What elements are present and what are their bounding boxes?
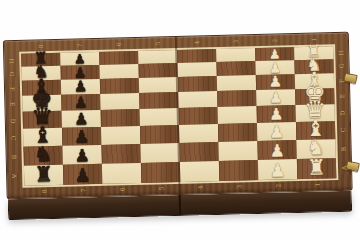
square-e7: ♟: [61, 94, 100, 111]
coord-right-H: H: [337, 48, 345, 56]
square-f4: [178, 76, 217, 92]
square-h6: [99, 51, 138, 65]
piece-black-pawn-d7: ♟: [74, 111, 89, 127]
square-e8: ♚: [22, 95, 61, 112]
square-g2: ♟: [255, 60, 294, 75]
square-d6: [101, 109, 140, 127]
coord-left-D: D: [9, 116, 17, 124]
square-e6: [100, 93, 139, 110]
coord-left-H: H: [7, 56, 15, 64]
square-f5: [139, 77, 178, 93]
coord-left-F: F: [8, 84, 16, 92]
piece-white-pawn-b2: ♟: [269, 142, 285, 159]
square-d4: [179, 107, 218, 125]
square-e5: [139, 92, 178, 109]
coord-top-3: 3: [231, 37, 239, 45]
piece-white-rook-a1: ♜: [307, 157, 326, 178]
coord-left-E: E: [8, 100, 16, 108]
piece-black-pawn-f7: ♟: [74, 79, 88, 94]
piece-white-pawn-h2: ♟: [269, 47, 281, 60]
coord-right-B: B: [340, 144, 348, 152]
square-h8: ♜: [21, 53, 60, 67]
coord-bottom-8: 8: [40, 187, 48, 195]
photo-canvas: ♜♟♟♜♞♟♟♞♝♟♟♝♚♟♟♚♛♟♟♛♝♟♟♝♞♟♟♞♜♟♟♜ HHGGFFE…: [0, 0, 360, 240]
square-g8: ♞: [22, 66, 61, 81]
piece-black-pawn-e7: ♟: [74, 95, 88, 110]
piece-black-rook-a8: ♜: [34, 164, 53, 185]
piece-black-pawn-b7: ♟: [74, 147, 90, 164]
square-f7: ♟: [61, 79, 100, 95]
coord-bottom-4: 4: [196, 183, 204, 191]
square-b7: ♟: [62, 145, 101, 165]
square-g7: ♟: [60, 65, 99, 80]
coord-left-A: A: [10, 172, 18, 180]
square-b2: ♟: [257, 140, 296, 160]
coord-bottom-2: 2: [274, 181, 282, 189]
square-b3: [218, 141, 257, 161]
square-f1: ♝: [295, 73, 334, 89]
square-f6: [100, 78, 139, 94]
square-a5: [141, 162, 180, 183]
piece-black-knight-g8: ♞: [33, 63, 49, 80]
square-g3: [216, 61, 255, 76]
square-g6: [99, 64, 138, 79]
coord-bottom-7: 7: [79, 186, 87, 194]
square-a2: ♟: [258, 159, 297, 180]
square-h5: [138, 50, 177, 64]
piece-white-pawn-f2: ♟: [269, 74, 283, 89]
square-c2: ♟: [257, 122, 296, 141]
fold-seam-edge: [179, 195, 181, 215]
piece-white-rook-h1: ♜: [306, 43, 321, 59]
coord-bottom-5: 5: [157, 184, 165, 192]
square-h7: ♟: [60, 52, 99, 66]
coord-bottom-6: 6: [118, 185, 126, 193]
coord-top-5: 5: [153, 39, 161, 47]
square-a3: [219, 160, 258, 181]
coord-right-C: C: [339, 126, 347, 134]
square-f2: ♟: [256, 74, 295, 90]
square-c5: [140, 125, 179, 144]
square-b8: ♞: [23, 146, 62, 166]
square-d2: ♟: [257, 105, 296, 123]
square-a6: [102, 163, 141, 184]
square-a8: ♜: [24, 165, 63, 186]
square-c4: [179, 124, 218, 143]
coord-left-B: B: [10, 152, 18, 160]
coord-top-7: 7: [75, 41, 83, 49]
coord-bottom-1: 1: [313, 181, 321, 189]
square-b6: [101, 144, 140, 164]
square-h2: ♟: [255, 47, 294, 61]
coord-bottom-3: 3: [235, 182, 243, 190]
square-c7: ♟: [62, 127, 101, 146]
coord-right-G: G: [337, 62, 345, 70]
piece-white-knight-b1: ♞: [306, 137, 325, 158]
coord-top-6: 6: [114, 40, 122, 48]
square-d8: ♛: [23, 111, 62, 129]
piece-white-pawn-g2: ♟: [269, 60, 282, 74]
square-h1: ♜: [294, 46, 333, 60]
square-g4: [177, 62, 216, 77]
square-h3: [216, 48, 255, 62]
square-e2: ♟: [256, 89, 295, 106]
square-e1: ♚: [295, 88, 334, 105]
coord-left-G: G: [8, 70, 16, 78]
coord-right-E: E: [338, 92, 346, 100]
square-a1: ♜: [297, 158, 336, 179]
square-b4: [179, 142, 218, 162]
square-d7: ♟: [62, 110, 101, 128]
square-g1: ♞: [294, 59, 333, 74]
piece-black-pawn-h7: ♟: [74, 52, 86, 65]
square-c3: [218, 123, 257, 142]
square-g5: [138, 63, 177, 78]
piece-white-pawn-c2: ♟: [269, 123, 285, 140]
square-h4: [177, 49, 216, 63]
square-c8: ♝: [23, 128, 62, 147]
piece-white-pawn-e2: ♟: [269, 90, 283, 105]
coord-top-1: 1: [309, 36, 317, 44]
piece-white-pawn-d2: ♟: [269, 106, 284, 122]
piece-black-pawn-c7: ♟: [74, 128, 90, 145]
piece-black-pawn-g7: ♟: [74, 65, 87, 79]
piece-black-knight-b8: ♞: [33, 144, 52, 165]
coord-right-D: D: [339, 108, 347, 116]
square-d5: [140, 108, 179, 126]
coord-left-C: C: [9, 134, 17, 142]
piece-white-pawn-a2: ♟: [269, 161, 286, 179]
square-c1: ♝: [296, 121, 335, 140]
coord-top-8: 8: [36, 42, 44, 50]
square-a4: [180, 161, 219, 182]
square-f3: [217, 75, 256, 91]
piece-white-knight-g1: ♞: [306, 56, 322, 73]
coord-top-4: 4: [192, 38, 200, 46]
square-b5: [140, 143, 179, 163]
square-d3: [218, 106, 257, 124]
square-c6: [101, 126, 140, 145]
piece-black-pawn-a7: ♟: [74, 166, 91, 184]
square-e3: [217, 90, 256, 107]
coord-top-2: 2: [270, 37, 278, 45]
square-a7: ♟: [63, 164, 102, 185]
chess-board: ♜♟♟♜♞♟♟♞♝♟♟♝♚♟♟♚♛♟♟♛♝♟♟♝♞♟♟♞♜♟♟♜ HHGGFFE…: [3, 32, 353, 220]
square-f8: ♝: [22, 80, 61, 96]
square-e4: [178, 91, 217, 108]
piece-black-rook-h8: ♜: [33, 50, 48, 66]
square-b1: ♞: [296, 139, 335, 159]
board-frame: ♜♟♟♜♞♟♟♞♝♟♟♝♚♟♟♚♛♟♟♛♝♟♟♝♞♟♟♞♜♟♟♜ HHGGFFE…: [3, 32, 353, 199]
square-d1: ♛: [296, 104, 335, 122]
